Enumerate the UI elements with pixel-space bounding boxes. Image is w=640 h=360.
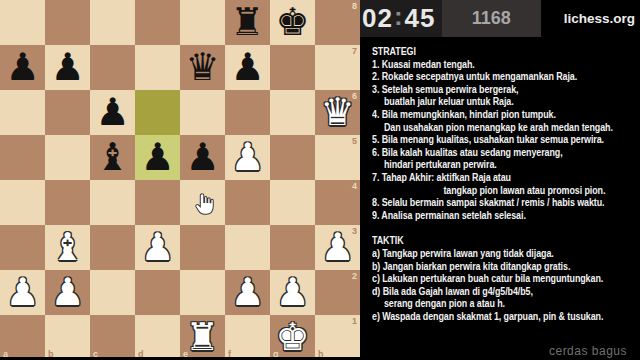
- tactics-line: a) Tangkap perwira lawan yang tidak dija…: [372, 247, 640, 260]
- square-b8[interactable]: [45, 0, 90, 45]
- square-g2[interactable]: ♟: [270, 270, 315, 315]
- square-c5[interactable]: ♝: [90, 135, 135, 180]
- square-g5[interactable]: [270, 135, 315, 180]
- rating-badge: 1168: [442, 8, 541, 29]
- square-a1[interactable]: a: [0, 315, 45, 360]
- strategy-line: buatlah jalur keluar untuk Raja.: [372, 95, 640, 108]
- square-d7[interactable]: [135, 45, 180, 90]
- square-g8[interactable]: ♚: [270, 0, 315, 45]
- square-f2[interactable]: ♟: [225, 270, 270, 315]
- square-d1[interactable]: d: [135, 315, 180, 360]
- strategy-line: tangkap pion lawan atau promosi pion.: [372, 184, 640, 197]
- black-bishop[interactable]: ♝: [90, 135, 135, 180]
- black-king[interactable]: ♚: [270, 0, 315, 45]
- square-f1[interactable]: f: [225, 315, 270, 360]
- square-h5[interactable]: 5: [315, 135, 360, 180]
- strategy-line: 6. Bila kalah kualitas atau sedang menye…: [372, 146, 640, 159]
- channel-watermark: cerdas bagus: [549, 344, 627, 358]
- square-a8[interactable]: [0, 0, 45, 45]
- square-f4[interactable]: [225, 180, 270, 225]
- square-f3[interactable]: [225, 225, 270, 270]
- black-rook[interactable]: ♜: [225, 0, 270, 45]
- square-h1[interactable]: 1h: [315, 315, 360, 360]
- square-f8[interactable]: ♜: [225, 0, 270, 45]
- square-a7[interactable]: ♟: [0, 45, 45, 90]
- strategy-title: STRATEGI: [372, 45, 640, 58]
- clock: 02:45: [360, 0, 442, 37]
- square-h6[interactable]: ♛6: [315, 90, 360, 135]
- white-pawn[interactable]: ♟: [225, 270, 270, 315]
- square-h4[interactable]: 4: [315, 180, 360, 225]
- strategy-line: 7. Tahap Akhir: aktifkan Raja atau: [372, 171, 640, 184]
- strategy-line: Dan usahakan pion menangkap ke arah meda…: [372, 121, 640, 134]
- square-g6[interactable]: [270, 90, 315, 135]
- chess-board: ♜♚8♟♟♛♟7♟♛6♝♟♟♟54♝♟♟3♟♟♟♟2abcd♜ef♚g1h: [0, 0, 360, 360]
- tactics-line: c) Lakukan pertukaran buah catur bila me…: [372, 272, 640, 285]
- black-pawn[interactable]: ♟: [45, 45, 90, 90]
- square-b1[interactable]: b: [45, 315, 90, 360]
- tactics-lines: a) Tangkap perwira lawan yang tidak dija…: [372, 247, 640, 323]
- square-a3[interactable]: [0, 225, 45, 270]
- square-d2[interactable]: [135, 270, 180, 315]
- square-c6[interactable]: ♟: [90, 90, 135, 135]
- square-b5[interactable]: [45, 135, 90, 180]
- black-pawn[interactable]: ♟: [225, 45, 270, 90]
- screen: ♜♚8♟♟♛♟7♟♛6♝♟♟♟54♝♟♟3♟♟♟♟2abcd♜ef♚g1h 02…: [0, 0, 640, 360]
- top-bar: 02:45 1168 lichess.org: [360, 0, 640, 37]
- square-c7[interactable]: [90, 45, 135, 90]
- square-h8[interactable]: 8: [315, 0, 360, 45]
- file-label: e: [183, 349, 188, 359]
- rank-label: 8: [352, 1, 357, 11]
- strategy-lines: 1. Kuasai medan tengah.2. Rokade secepat…: [372, 58, 640, 222]
- file-label: c: [93, 349, 98, 359]
- square-a6[interactable]: [0, 90, 45, 135]
- strategy-line: hindari pertukaran perwira.: [372, 158, 640, 171]
- strategy-line: 4. Bila memungkinkan, hindari pion tumpu…: [372, 108, 640, 121]
- square-g1[interactable]: ♚g: [270, 315, 315, 360]
- square-b7[interactable]: ♟: [45, 45, 90, 90]
- tactics-title: TAKTIK: [372, 234, 640, 247]
- square-b4[interactable]: [45, 180, 90, 225]
- clock-minutes: 02: [362, 3, 393, 34]
- square-b3[interactable]: ♝: [45, 225, 90, 270]
- square-f7[interactable]: ♟: [225, 45, 270, 90]
- square-e2[interactable]: [180, 270, 225, 315]
- square-e5[interactable]: ♟: [180, 135, 225, 180]
- square-g3[interactable]: [270, 225, 315, 270]
- strategy-line: 5. Bila menang kualitas, usahakan tukar …: [372, 133, 640, 146]
- site-watermark: lichess.org: [564, 11, 640, 26]
- black-queen[interactable]: ♛: [180, 45, 225, 90]
- tactics-line: b) Jangan biarkan perwira kita ditangkap…: [372, 260, 640, 273]
- black-pawn[interactable]: ♟: [0, 45, 45, 90]
- square-c2[interactable]: [90, 270, 135, 315]
- rank-label: 2: [352, 271, 357, 281]
- tactics-line: d) Bila ada Gajah lawan di g4/g5/b4/b5,: [372, 285, 640, 298]
- file-label: d: [138, 349, 144, 359]
- square-c8[interactable]: [90, 0, 135, 45]
- square-g7[interactable]: [270, 45, 315, 90]
- square-e1[interactable]: ♜e: [180, 315, 225, 360]
- square-d4[interactable]: [135, 180, 180, 225]
- square-b6[interactable]: [45, 90, 90, 135]
- square-d3[interactable]: ♟: [135, 225, 180, 270]
- file-label: a: [3, 349, 8, 359]
- square-d6[interactable]: [135, 90, 180, 135]
- square-c1[interactable]: c: [90, 315, 135, 360]
- black-pawn[interactable]: ♟: [180, 135, 225, 180]
- rank-label: 4: [352, 181, 357, 191]
- square-a5[interactable]: [0, 135, 45, 180]
- tactics-line: serang dengan pion a atau h.: [372, 297, 640, 310]
- square-c3[interactable]: [90, 225, 135, 270]
- strategy-line: 1. Kuasai medan tengah.: [372, 58, 640, 71]
- clock-strip: 02:45 1168: [360, 0, 541, 37]
- strategy-line: 9. Analisa permainan setelah selesai.: [372, 209, 640, 222]
- rank-label: 6: [352, 91, 357, 101]
- white-pawn[interactable]: ♟: [225, 135, 270, 180]
- square-e6[interactable]: [180, 90, 225, 135]
- white-bishop[interactable]: ♝: [45, 225, 90, 270]
- coach-notes: STRATEGI 1. Kuasai medan tengah.2. Rokad…: [372, 45, 640, 322]
- square-e7[interactable]: ♛: [180, 45, 225, 90]
- clock-seconds: 45: [405, 3, 436, 34]
- tactics-line: e) Waspada dengan skakmat 1, garpuan, pi…: [372, 310, 640, 323]
- black-pawn[interactable]: ♟: [90, 90, 135, 135]
- strategy-line: 8. Selalu bermain sampai skakmat / remis…: [372, 196, 640, 209]
- square-g4[interactable]: [270, 180, 315, 225]
- square-h7[interactable]: 7: [315, 45, 360, 90]
- square-f5[interactable]: ♟: [225, 135, 270, 180]
- strategy-line: 2. Rokade secepatnya untuk mengamankan R…: [372, 70, 640, 83]
- square-c4[interactable]: [90, 180, 135, 225]
- white-pawn[interactable]: ♟: [135, 225, 180, 270]
- rank-label: 3: [352, 226, 357, 236]
- square-h2[interactable]: 2: [315, 270, 360, 315]
- rank-label: 5: [352, 136, 357, 146]
- square-f6[interactable]: [225, 90, 270, 135]
- side-panel: 02:45 1168 lichess.org STRATEGI 1. Kuasa…: [360, 0, 640, 360]
- square-e4[interactable]: [180, 180, 225, 225]
- square-a2[interactable]: ♟: [0, 270, 45, 315]
- file-label: h: [318, 349, 324, 359]
- square-a4[interactable]: [0, 180, 45, 225]
- square-e3[interactable]: [180, 225, 225, 270]
- white-pawn[interactable]: ♟: [270, 270, 315, 315]
- rank-label: 7: [352, 46, 357, 56]
- square-h3[interactable]: ♟3: [315, 225, 360, 270]
- square-e8[interactable]: [180, 0, 225, 45]
- rank-label: 1: [352, 316, 357, 326]
- strategy-line: 3. Setelah semua perwira bergerak,: [372, 83, 640, 96]
- square-d5[interactable]: ♟: [135, 135, 180, 180]
- white-pawn[interactable]: ♟: [45, 270, 90, 315]
- white-pawn[interactable]: ♟: [0, 270, 45, 315]
- file-label: f: [228, 349, 231, 359]
- file-label: b: [48, 349, 54, 359]
- file-label: g: [273, 349, 279, 359]
- black-pawn[interactable]: ♟: [135, 135, 180, 180]
- clock-separator: :: [393, 1, 405, 32]
- square-d8[interactable]: [135, 0, 180, 45]
- board-area: ♜♚8♟♟♛♟7♟♛6♝♟♟♟54♝♟♟3♟♟♟♟2abcd♜ef♚g1h: [0, 0, 360, 360]
- square-b2[interactable]: ♟: [45, 270, 90, 315]
